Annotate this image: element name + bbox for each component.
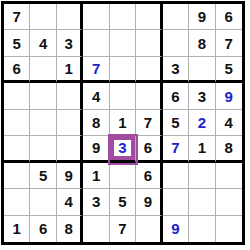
cell-r6c3[interactable] (57, 136, 83, 162)
cell-r3c1[interactable]: 6 (4, 57, 30, 83)
cell-r8c3[interactable]: 4 (57, 189, 83, 215)
cell-r1c2[interactable] (30, 4, 56, 30)
cell-r1c7[interactable] (163, 4, 189, 30)
cell-r4c4[interactable]: 4 (83, 83, 109, 109)
cell-r2c6[interactable] (136, 30, 162, 56)
cell-r4c9[interactable]: 9 (216, 83, 242, 109)
cell-r1c3[interactable] (57, 4, 83, 30)
cell-r4c6[interactable] (136, 83, 162, 109)
cell-r7c5[interactable] (110, 163, 136, 189)
cell-r8c8[interactable] (189, 189, 215, 215)
cell-r5c3[interactable] (57, 110, 83, 136)
cell-r4c5[interactable] (110, 83, 136, 109)
cell-r9c1[interactable]: 1 (4, 216, 30, 242)
cell-r5c6[interactable]: 7 (136, 110, 162, 136)
cell-r6c9[interactable]: 8 (216, 136, 242, 162)
cell-r2c9[interactable]: 7 (216, 30, 242, 56)
cell-r9c4[interactable] (83, 216, 109, 242)
cell-r2c5[interactable] (110, 30, 136, 56)
cell-r2c1[interactable]: 5 (4, 30, 30, 56)
cell-r5c4[interactable]: 8 (83, 110, 109, 136)
cell-r7c4[interactable]: 1 (83, 163, 109, 189)
cell-r9c2[interactable]: 6 (30, 216, 56, 242)
cell-r7c1[interactable] (4, 163, 30, 189)
cell-r6c1[interactable] (4, 136, 30, 162)
cell-r6c7[interactable]: 7 (163, 136, 189, 162)
cell-r1c6[interactable] (136, 4, 162, 30)
cell-r6c8[interactable]: 1 (189, 136, 215, 162)
cell-r3c8[interactable] (189, 57, 215, 83)
cell-r1c9[interactable]: 6 (216, 4, 242, 30)
cell-r7c6[interactable]: 6 (136, 163, 162, 189)
cell-r2c4[interactable] (83, 30, 109, 56)
cell-r3c7[interactable]: 3 (163, 57, 189, 83)
cell-r9c5[interactable]: 7 (110, 216, 136, 242)
cell-r8c4[interactable]: 3 (83, 189, 109, 215)
cell-r1c1[interactable]: 7 (4, 4, 30, 30)
cell-r5c8[interactable]: 2 (189, 110, 215, 136)
cell-r4c8[interactable]: 3 (189, 83, 215, 109)
cell-r7c9[interactable] (216, 163, 242, 189)
cell-r8c2[interactable] (30, 189, 56, 215)
cell-r3c2[interactable] (30, 57, 56, 83)
cell-r2c8[interactable]: 8 (189, 30, 215, 56)
cell-r8c6[interactable]: 9 (136, 189, 162, 215)
cell-r4c3[interactable] (57, 83, 83, 109)
cell-r7c2[interactable]: 5 (30, 163, 56, 189)
cell-r2c2[interactable]: 4 (30, 30, 56, 56)
cell-r6c5[interactable]: 3 (110, 136, 136, 162)
cell-r3c6[interactable] (136, 57, 162, 83)
sudoku-board: 7965438761735463981752493671859164359168… (1, 1, 245, 245)
cell-r6c2[interactable] (30, 136, 56, 162)
cell-r7c8[interactable] (189, 163, 215, 189)
cell-r6c6[interactable]: 6 (136, 136, 162, 162)
cell-r4c1[interactable] (4, 83, 30, 109)
cell-r5c5[interactable]: 1 (110, 110, 136, 136)
cell-r5c1[interactable] (4, 110, 30, 136)
cell-r3c9[interactable]: 5 (216, 57, 242, 83)
cell-r3c5[interactable] (110, 57, 136, 83)
cell-r9c3[interactable]: 8 (57, 216, 83, 242)
cell-r9c8[interactable] (189, 216, 215, 242)
cell-r8c7[interactable] (163, 189, 189, 215)
cell-r2c7[interactable] (163, 30, 189, 56)
cell-r4c7[interactable]: 6 (163, 83, 189, 109)
cell-r7c3[interactable]: 9 (57, 163, 83, 189)
cell-r4c2[interactable] (30, 83, 56, 109)
cell-r5c9[interactable]: 4 (216, 110, 242, 136)
cell-r6c4[interactable]: 9 (83, 136, 109, 162)
cell-r9c6[interactable] (136, 216, 162, 242)
cell-r9c9[interactable] (216, 216, 242, 242)
cell-r1c5[interactable] (110, 4, 136, 30)
cell-r5c7[interactable]: 5 (163, 110, 189, 136)
cell-r9c7[interactable]: 9 (163, 216, 189, 242)
cell-r3c3[interactable]: 1 (57, 57, 83, 83)
cell-r8c5[interactable]: 5 (110, 189, 136, 215)
cell-r2c3[interactable]: 3 (57, 30, 83, 56)
cell-r1c8[interactable]: 9 (189, 4, 215, 30)
cell-r1c4[interactable] (83, 4, 109, 30)
cell-r3c4[interactable]: 7 (83, 57, 109, 83)
cell-r7c7[interactable] (163, 163, 189, 189)
cell-r8c9[interactable] (216, 189, 242, 215)
cell-r5c2[interactable] (30, 110, 56, 136)
cell-r8c1[interactable] (4, 189, 30, 215)
